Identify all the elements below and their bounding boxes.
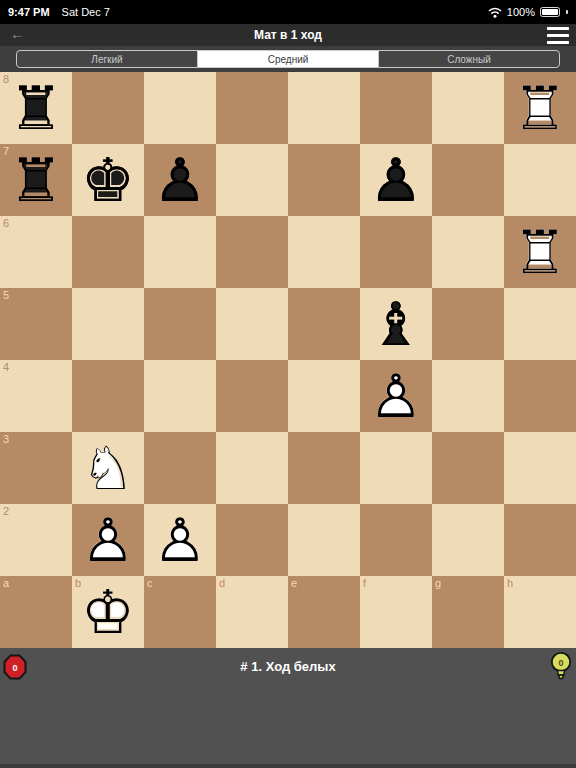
- file-label-g: g: [435, 577, 441, 590]
- square-g6[interactable]: [432, 216, 504, 288]
- square-e1[interactable]: e: [288, 576, 360, 648]
- piece-white-pawn[interactable]: ♟♙: [72, 504, 144, 576]
- square-e5[interactable]: [288, 288, 360, 360]
- square-e4[interactable]: [288, 360, 360, 432]
- square-a1[interactable]: a: [0, 576, 72, 648]
- square-g7[interactable]: [432, 144, 504, 216]
- piece-white-pawn[interactable]: ♟♙: [144, 504, 216, 576]
- square-e3[interactable]: [288, 432, 360, 504]
- piece-white-pawn[interactable]: ♟♙: [360, 360, 432, 432]
- square-e2[interactable]: [288, 504, 360, 576]
- square-h4[interactable]: [504, 360, 576, 432]
- back-button[interactable]: ←: [10, 24, 25, 44]
- square-d7[interactable]: [216, 144, 288, 216]
- square-g5[interactable]: [432, 288, 504, 360]
- rank-label-3: 3: [3, 433, 9, 446]
- square-g1[interactable]: g: [432, 576, 504, 648]
- square-b8[interactable]: [72, 72, 144, 144]
- square-b5[interactable]: [72, 288, 144, 360]
- square-d5[interactable]: [216, 288, 288, 360]
- piece-white-rook[interactable]: ♜♖: [504, 216, 576, 288]
- square-b2[interactable]: ♟♙: [72, 504, 144, 576]
- difficulty-tabband: Легкий Средний Сложный: [0, 46, 576, 72]
- tab-hard[interactable]: Сложный: [378, 51, 559, 67]
- square-a7[interactable]: 7♜♖: [0, 144, 72, 216]
- chess-board: 8♜♖♜♖7♜♖♚♔♟♙♟♙6♜♖5♝♗4♟♙3♞♘2♟♙♟♙ab♚♔cdefg…: [0, 72, 576, 648]
- square-e7[interactable]: [288, 144, 360, 216]
- square-c4[interactable]: [144, 360, 216, 432]
- square-b6[interactable]: [72, 216, 144, 288]
- square-d1[interactable]: d: [216, 576, 288, 648]
- piece-black-pawn[interactable]: ♟♙: [144, 144, 216, 216]
- file-label-e: e: [291, 577, 297, 590]
- square-h1[interactable]: h: [504, 576, 576, 648]
- rank-label-2: 2: [3, 505, 9, 518]
- svg-text:0: 0: [558, 658, 563, 668]
- piece-black-king[interactable]: ♚♔: [72, 144, 144, 216]
- square-f4[interactable]: ♟♙: [360, 360, 432, 432]
- file-label-d: d: [219, 577, 225, 590]
- piece-white-rook[interactable]: ♜♖: [504, 72, 576, 144]
- square-g8[interactable]: [432, 72, 504, 144]
- square-a2[interactable]: 2: [0, 504, 72, 576]
- square-d2[interactable]: [216, 504, 288, 576]
- square-h6[interactable]: ♜♖: [504, 216, 576, 288]
- square-f3[interactable]: [360, 432, 432, 504]
- square-h8[interactable]: ♜♖: [504, 72, 576, 144]
- page-title: Мат в 1 ход: [254, 28, 322, 42]
- hint-lightbulb-button[interactable]: 0: [549, 651, 573, 685]
- square-a4[interactable]: 4: [0, 360, 72, 432]
- app-screen: 9:47 PM Sat Dec 7 100% ← Мат в 1 ход Лег…: [0, 0, 576, 768]
- square-f8[interactable]: [360, 72, 432, 144]
- file-label-h: h: [507, 577, 513, 590]
- square-f2[interactable]: [360, 504, 432, 576]
- hamburger-menu-icon[interactable]: [547, 27, 569, 48]
- rank-label-5: 5: [3, 289, 9, 302]
- file-label-c: c: [147, 577, 153, 590]
- difficulty-segmented-control: Легкий Средний Сложный: [16, 50, 560, 68]
- square-h3[interactable]: [504, 432, 576, 504]
- square-b1[interactable]: b♚♔: [72, 576, 144, 648]
- nav-bar: ← Мат в 1 ход: [0, 24, 576, 46]
- file-label-f: f: [363, 577, 366, 590]
- square-e8[interactable]: [288, 72, 360, 144]
- square-f7[interactable]: ♟♙: [360, 144, 432, 216]
- square-d8[interactable]: [216, 72, 288, 144]
- battery-icon: [540, 7, 560, 17]
- file-label-a: a: [3, 577, 9, 590]
- square-c8[interactable]: [144, 72, 216, 144]
- square-h5[interactable]: [504, 288, 576, 360]
- bottom-panel: 0 # 1. Ход белых 0: [0, 648, 576, 768]
- tab-easy[interactable]: Легкий: [17, 51, 197, 67]
- home-indicator-area: [0, 764, 576, 768]
- piece-black-rook[interactable]: ♜♖: [0, 144, 72, 216]
- square-b3[interactable]: ♞♘: [72, 432, 144, 504]
- battery-percent: 100%: [507, 6, 535, 18]
- square-a8[interactable]: 8♜♖: [0, 72, 72, 144]
- wifi-icon: [488, 7, 502, 18]
- square-d6[interactable]: [216, 216, 288, 288]
- square-f5[interactable]: ♝♗: [360, 288, 432, 360]
- square-c6[interactable]: [144, 216, 216, 288]
- square-h7[interactable]: [504, 144, 576, 216]
- square-h2[interactable]: [504, 504, 576, 576]
- square-a3[interactable]: 3: [0, 432, 72, 504]
- square-a6[interactable]: 6: [0, 216, 72, 288]
- square-c3[interactable]: [144, 432, 216, 504]
- square-c5[interactable]: [144, 288, 216, 360]
- clock: 9:47 PM: [8, 6, 50, 18]
- piece-black-rook[interactable]: ♜♖: [0, 72, 72, 144]
- square-e6[interactable]: [288, 216, 360, 288]
- square-c7[interactable]: ♟♙: [144, 144, 216, 216]
- square-b4[interactable]: [72, 360, 144, 432]
- date: Sat Dec 7: [62, 6, 110, 18]
- move-status-label: # 1. Ход белых: [0, 659, 576, 674]
- square-g2[interactable]: [432, 504, 504, 576]
- square-c2[interactable]: ♟♙: [144, 504, 216, 576]
- piece-black-pawn[interactable]: ♟♙: [360, 144, 432, 216]
- square-d3[interactable]: [216, 432, 288, 504]
- square-g3[interactable]: [432, 432, 504, 504]
- piece-white-knight[interactable]: ♞♘: [72, 432, 144, 504]
- rank-label-4: 4: [3, 361, 9, 374]
- piece-black-bishop[interactable]: ♝♗: [360, 288, 432, 360]
- battery-tip: [566, 10, 568, 14]
- status-bar: 9:47 PM Sat Dec 7 100%: [0, 0, 576, 24]
- square-g4[interactable]: [432, 360, 504, 432]
- tab-medium[interactable]: Средний: [197, 51, 378, 67]
- square-f1[interactable]: f: [360, 576, 432, 648]
- square-f6[interactable]: [360, 216, 432, 288]
- square-a5[interactable]: 5: [0, 288, 72, 360]
- square-d4[interactable]: [216, 360, 288, 432]
- square-b7[interactable]: ♚♔: [72, 144, 144, 216]
- square-c1[interactable]: c: [144, 576, 216, 648]
- rank-label-6: 6: [3, 217, 9, 230]
- piece-white-king[interactable]: ♚♔: [72, 576, 144, 648]
